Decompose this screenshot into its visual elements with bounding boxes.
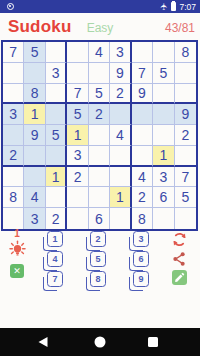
hint-count: 1 — [14, 228, 20, 239]
restart-icon[interactable] — [171, 231, 188, 248]
cell-r8c8[interactable]: 6 — [153, 187, 174, 208]
cell-r6c2[interactable] — [24, 146, 45, 167]
cell-r2c4[interactable] — [67, 63, 88, 84]
numpad-button-1[interactable]: 1 — [47, 231, 63, 247]
cell-r2c9[interactable] — [175, 63, 196, 84]
cell-r5c9[interactable]: 2 — [175, 125, 196, 146]
cell-r9c9[interactable] — [175, 208, 196, 229]
cell-r1c6[interactable]: 3 — [110, 42, 131, 63]
cell-r1c5[interactable]: 4 — [89, 42, 110, 63]
cell-r3c2[interactable]: 8 — [24, 84, 45, 105]
cell-r4c4[interactable]: 5 — [67, 104, 88, 125]
numpad-button-2[interactable]: 2 — [90, 231, 106, 247]
cell-r3c9[interactable] — [175, 84, 196, 105]
cell-r2c6[interactable]: 9 — [110, 63, 131, 84]
cell-r8c1[interactable]: 8 — [3, 187, 24, 208]
header: Sudoku Easy 43/81 — [0, 13, 200, 40]
cell-r5c1[interactable] — [3, 125, 24, 146]
cell-r8c3[interactable] — [46, 187, 67, 208]
cell-r8c5[interactable] — [89, 187, 110, 208]
cell-r8c7[interactable]: 2 — [132, 187, 153, 208]
cell-r2c7[interactable]: 7 — [132, 63, 153, 84]
status-clock: 7:07 — [179, 2, 196, 12]
cell-r9c8[interactable] — [153, 208, 174, 229]
cell-r8c4[interactable] — [67, 187, 88, 208]
cell-r7c6[interactable] — [110, 167, 131, 188]
numpad-button-9[interactable]: 9 — [133, 271, 149, 287]
nav-home-button[interactable] — [95, 337, 106, 348]
cell-r2c3[interactable]: 3 — [46, 63, 67, 84]
cell-r4c1[interactable]: 3 — [3, 104, 24, 125]
hint-group: 1 ✕ — [5, 228, 29, 278]
cell-r8c2[interactable]: 4 — [24, 187, 45, 208]
cell-r7c2[interactable] — [24, 167, 45, 188]
battery-icon — [171, 2, 176, 11]
cell-r6c9[interactable] — [175, 146, 196, 167]
cell-r5c3[interactable]: 5 — [46, 125, 67, 146]
numpad-button-7[interactable]: 7 — [47, 271, 63, 287]
cell-r9c7[interactable]: 8 — [132, 208, 153, 229]
cell-r2c5[interactable] — [89, 63, 110, 84]
progress-counter: 43/81 — [165, 21, 195, 35]
cell-r7c5[interactable] — [89, 167, 110, 188]
cell-r6c8[interactable]: 1 — [153, 146, 174, 167]
cell-r3c6[interactable]: 2 — [110, 84, 131, 105]
cell-r3c7[interactable]: 9 — [132, 84, 153, 105]
cell-r1c2[interactable]: 5 — [24, 42, 45, 63]
cell-r5c2[interactable]: 9 — [24, 125, 45, 146]
cell-r1c4[interactable] — [67, 42, 88, 63]
cell-r5c6[interactable]: 4 — [110, 125, 131, 146]
cell-r1c9[interactable]: 8 — [175, 42, 196, 63]
cell-r4c6[interactable] — [110, 104, 131, 125]
cell-r5c7[interactable] — [132, 125, 153, 146]
airplane-mode-icon: ✈ — [160, 3, 169, 11]
cell-r6c3[interactable] — [46, 146, 67, 167]
pencil-notes-icon[interactable] — [172, 270, 187, 285]
cell-r4c8[interactable] — [153, 104, 174, 125]
cell-r6c5[interactable] — [89, 146, 110, 167]
numpad-button-4[interactable]: 4 — [47, 251, 63, 267]
sudoku-board: 7543839758752931529951422311243784126532… — [1, 40, 198, 231]
cell-r2c1[interactable] — [3, 63, 24, 84]
cell-r3c3[interactable] — [46, 84, 67, 105]
cell-r7c7[interactable]: 4 — [132, 167, 153, 188]
cell-r9c5[interactable]: 6 — [89, 208, 110, 229]
cell-r6c6[interactable] — [110, 146, 131, 167]
cell-r4c2[interactable]: 1 — [24, 104, 45, 125]
notification-circle-icon — [7, 3, 14, 10]
cell-r2c2[interactable] — [24, 63, 45, 84]
cell-r4c3[interactable] — [46, 104, 67, 125]
cell-r6c1[interactable]: 2 — [3, 146, 24, 167]
cell-r3c1[interactable] — [3, 84, 24, 105]
numpad-button-5[interactable]: 5 — [90, 251, 106, 267]
cell-r4c9[interactable]: 9 — [175, 104, 196, 125]
cell-r7c3[interactable]: 1 — [46, 167, 67, 188]
cell-r6c4[interactable]: 3 — [67, 146, 88, 167]
cell-r3c4[interactable]: 7 — [67, 84, 88, 105]
cell-r9c4[interactable] — [67, 208, 88, 229]
cell-r4c7[interactable] — [132, 104, 153, 125]
numpad-button-8[interactable]: 8 — [90, 271, 106, 287]
cell-r1c7[interactable] — [132, 42, 153, 63]
cell-r9c3[interactable]: 2 — [46, 208, 67, 229]
lightbulb-hint-icon[interactable] — [8, 240, 27, 259]
cell-r9c6[interactable] — [110, 208, 131, 229]
cell-r7c1[interactable] — [3, 167, 24, 188]
cell-r1c1[interactable]: 7 — [3, 42, 24, 63]
cell-r2c8[interactable]: 5 — [153, 63, 174, 84]
cell-r4c5[interactable]: 2 — [89, 104, 110, 125]
numpad-button-3[interactable]: 3 — [133, 231, 149, 247]
nav-back-button[interactable] — [39, 337, 48, 347]
eraser-icon[interactable]: ✕ — [10, 264, 24, 278]
cell-r8c6[interactable]: 1 — [110, 187, 131, 208]
cell-r7c8[interactable]: 3 — [153, 167, 174, 188]
cell-r9c1[interactable] — [3, 208, 24, 229]
cell-r5c4[interactable]: 1 — [67, 125, 88, 146]
cell-r3c5[interactable]: 5 — [89, 84, 110, 105]
cell-r5c5[interactable] — [89, 125, 110, 146]
cell-r7c4[interactable]: 2 — [67, 167, 88, 188]
cell-r1c3[interactable] — [46, 42, 67, 63]
side-actions — [169, 231, 189, 285]
cell-r6c7[interactable] — [132, 146, 153, 167]
app-screen: ✈ 7:07 Sudoku Easy 43/81 754383975875293… — [0, 0, 200, 356]
android-nav-bar — [0, 328, 200, 356]
cell-r1c8[interactable] — [153, 42, 174, 63]
cell-r7c9[interactable]: 7 — [175, 167, 196, 188]
numpad: 123456789 — [47, 231, 149, 287]
numpad-button-6[interactable]: 6 — [133, 251, 149, 267]
nav-recents-button[interactable] — [148, 337, 158, 347]
cell-r8c9[interactable]: 5 — [175, 187, 196, 208]
cell-r9c2[interactable]: 3 — [24, 208, 45, 229]
cell-r3c8[interactable] — [153, 84, 174, 105]
share-icon[interactable] — [171, 251, 187, 267]
cell-r5c8[interactable] — [153, 125, 174, 146]
status-bar: ✈ 7:07 — [0, 0, 200, 13]
